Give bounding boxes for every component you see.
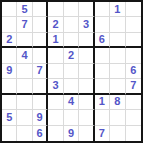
clue-digit: 6: [99, 34, 105, 45]
sudoku-cell-r2c1[interactable]: [2, 17, 17, 32]
clue-digit: 4: [68, 96, 74, 107]
clue-digit: 2: [52, 19, 58, 30]
sudoku-cell-r3c7[interactable]: 6: [95, 33, 110, 48]
sudoku-cell-r5c4[interactable]: [48, 64, 63, 79]
clue-digit: 6: [37, 128, 43, 139]
sudoku-cell-r6c3[interactable]: [33, 79, 48, 94]
sudoku-cell-r5c9[interactable]: 6: [126, 64, 141, 79]
sudoku-cell-r1c7[interactable]: [95, 2, 110, 17]
sudoku-cell-r1c3[interactable]: [33, 2, 48, 17]
sudoku-cell-r4c6[interactable]: [79, 48, 94, 63]
sudoku-cell-r9c4[interactable]: [48, 126, 63, 141]
sudoku-cell-r8c7[interactable]: [95, 110, 110, 125]
sudoku-cell-r8c3[interactable]: 9: [33, 110, 48, 125]
sudoku-cell-r1c9[interactable]: [126, 2, 141, 17]
sudoku-cell-r7c4[interactable]: [48, 95, 63, 110]
sudoku-cell-r7c8[interactable]: 8: [110, 95, 125, 110]
sudoku-cell-r1c1[interactable]: [2, 2, 17, 17]
sudoku-cell-r6c2[interactable]: [17, 79, 32, 94]
sudoku-cell-r3c9[interactable]: [126, 33, 141, 48]
sudoku-cell-r7c5[interactable]: 4: [64, 95, 79, 110]
sudoku-cell-r7c3[interactable]: [33, 95, 48, 110]
sudoku-cell-r4c9[interactable]: [126, 48, 141, 63]
sudoku-cell-r6c8[interactable]: [110, 79, 125, 94]
sudoku-cell-r1c4[interactable]: [48, 2, 63, 17]
sudoku-cell-r9c2[interactable]: [17, 126, 32, 141]
sudoku-cell-r1c5[interactable]: [64, 2, 79, 17]
clue-digit: 9: [37, 112, 43, 123]
clue-digit: 1: [52, 34, 58, 45]
sudoku-cell-r2c8[interactable]: [110, 17, 125, 32]
sudoku-cell-r5c8[interactable]: [110, 64, 125, 79]
sudoku-cell-r6c9[interactable]: 7: [126, 79, 141, 94]
clue-digit: 2: [68, 50, 74, 61]
sudoku-cell-r3c3[interactable]: [33, 33, 48, 48]
sudoku-cell-r2c6[interactable]: 3: [79, 17, 94, 32]
sudoku-cell-r6c7[interactable]: [95, 79, 110, 94]
sudoku-cell-r8c1[interactable]: 5: [2, 110, 17, 125]
clue-digit: 5: [6, 112, 12, 123]
sudoku-cell-r3c6[interactable]: [79, 33, 94, 48]
sudoku-cell-r1c8[interactable]: 1: [110, 2, 125, 17]
clue-digit: 9: [6, 65, 12, 76]
clue-digit: 5: [22, 4, 28, 15]
clue-digit: 7: [37, 65, 43, 76]
sudoku-cell-r2c2[interactable]: 7: [17, 17, 32, 32]
sudoku-cell-r5c7[interactable]: [95, 64, 110, 79]
sudoku-cell-r7c1[interactable]: [2, 95, 17, 110]
clue-digit: 8: [114, 96, 120, 107]
sudoku-cell-r6c6[interactable]: [79, 79, 94, 94]
sudoku-cell-r6c5[interactable]: [64, 79, 79, 94]
clue-digit: 6: [130, 65, 136, 76]
clue-digit: 4: [22, 50, 28, 61]
sudoku-cell-r3c4[interactable]: 1: [48, 33, 63, 48]
sudoku-cell-r7c7[interactable]: 1: [95, 95, 110, 110]
sudoku-cell-r9c8[interactable]: [110, 126, 125, 141]
sudoku-cell-r9c6[interactable]: [79, 126, 94, 141]
sudoku-cell-r1c6[interactable]: [79, 2, 94, 17]
sudoku-cell-r7c2[interactable]: [17, 95, 32, 110]
sudoku-cell-r9c5[interactable]: 9: [64, 126, 79, 141]
sudoku-cell-r6c1[interactable]: [2, 79, 17, 94]
sudoku-cell-r2c7[interactable]: [95, 17, 110, 32]
sudoku-board: 51723216429763741859697: [0, 0, 143, 143]
sudoku-cell-r9c9[interactable]: [126, 126, 141, 141]
sudoku-cell-r1c2[interactable]: 5: [17, 2, 32, 17]
sudoku-cell-r4c7[interactable]: [95, 48, 110, 63]
sudoku-cell-r3c5[interactable]: [64, 33, 79, 48]
clue-digit: 2: [6, 34, 12, 45]
sudoku-cell-r3c1[interactable]: 2: [2, 33, 17, 48]
clue-digit: 1: [99, 96, 105, 107]
sudoku-cell-r5c5[interactable]: [64, 64, 79, 79]
sudoku-cell-r8c2[interactable]: [17, 110, 32, 125]
sudoku-cell-r8c8[interactable]: [110, 110, 125, 125]
sudoku-cell-r4c4[interactable]: [48, 48, 63, 63]
sudoku-cell-r8c9[interactable]: [126, 110, 141, 125]
sudoku-cell-r2c3[interactable]: [33, 17, 48, 32]
sudoku-cell-r2c9[interactable]: [126, 17, 141, 32]
sudoku-cell-r8c4[interactable]: [48, 110, 63, 125]
clue-digit: 3: [52, 80, 58, 91]
sudoku-cell-r3c2[interactable]: [17, 33, 32, 48]
clue-digit: 7: [130, 80, 136, 91]
clue-digit: 9: [68, 128, 74, 139]
sudoku-cell-r3c8[interactable]: [110, 33, 125, 48]
sudoku-cell-r9c1[interactable]: [2, 126, 17, 141]
sudoku-cell-r4c2[interactable]: 4: [17, 48, 32, 63]
sudoku-cell-r2c5[interactable]: [64, 17, 79, 32]
sudoku-cell-r4c8[interactable]: [110, 48, 125, 63]
sudoku-cell-r4c1[interactable]: [2, 48, 17, 63]
sudoku-cell-r8c5[interactable]: [64, 110, 79, 125]
sudoku-cell-r5c3[interactable]: 7: [33, 64, 48, 79]
clue-digit: 3: [83, 19, 89, 30]
sudoku-cell-r5c6[interactable]: [79, 64, 94, 79]
sudoku-cell-r9c7[interactable]: 7: [95, 126, 110, 141]
clue-digit: 7: [22, 19, 28, 30]
sudoku-cell-r4c5[interactable]: 2: [64, 48, 79, 63]
sudoku-cell-r5c1[interactable]: 9: [2, 64, 17, 79]
clue-digit: 7: [99, 128, 105, 139]
sudoku-cell-r7c9[interactable]: [126, 95, 141, 110]
sudoku-cell-r9c3[interactable]: 6: [33, 126, 48, 141]
sudoku-cell-r2c4[interactable]: 2: [48, 17, 63, 32]
sudoku-cell-r8c6[interactable]: [79, 110, 94, 125]
sudoku-cell-r7c6[interactable]: [79, 95, 94, 110]
sudoku-cell-r6c4[interactable]: 3: [48, 79, 63, 94]
clue-digit: 1: [114, 4, 120, 15]
sudoku-cell-r5c2[interactable]: [17, 64, 32, 79]
sudoku-cell-r4c3[interactable]: [33, 48, 48, 63]
